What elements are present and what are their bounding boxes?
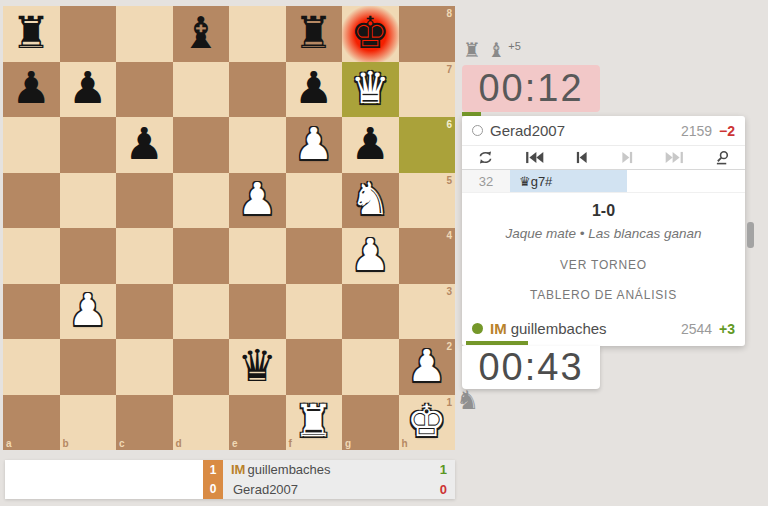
square-b6[interactable] <box>60 117 117 173</box>
square-a4[interactable] <box>3 228 60 284</box>
chess-board[interactable]: ♜♝♜♚8♟♟♟♛7♟♟♟6♟♞5♟4♟3♛♟2abcde♜fg♚h1 <box>3 6 455 450</box>
square-b8[interactable] <box>60 6 117 62</box>
empty-move-cell <box>627 170 745 192</box>
standings-rank-column: 1 0 <box>203 460 223 499</box>
square-g8[interactable]: ♚ <box>342 6 399 62</box>
game-result: 1-0 <box>462 202 745 220</box>
next-move-button[interactable] <box>620 151 635 164</box>
piece-white-king[interactable]: ♚ <box>407 399 446 443</box>
square-g4[interactable]: ♟ <box>342 228 399 284</box>
standings-player-title: IM <box>231 462 245 477</box>
move-number: 32 <box>462 170 510 192</box>
piece-white-rook[interactable]: ♜ <box>294 399 333 443</box>
piece-black-pawn[interactable]: ♟ <box>294 66 333 110</box>
first-move-button[interactable] <box>525 151 544 164</box>
square-b3[interactable]: ♟ <box>60 284 117 340</box>
piece-white-pawn[interactable]: ♟ <box>407 344 446 388</box>
square-e4[interactable] <box>229 228 286 284</box>
square-c7[interactable] <box>116 62 173 118</box>
square-h6[interactable]: 6 <box>399 117 456 173</box>
player-rating-delta: +3 <box>719 321 735 337</box>
player-title: IM <box>490 320 507 337</box>
square-d4[interactable] <box>173 228 230 284</box>
piece-white-queen[interactable]: ♛ <box>351 66 390 110</box>
file-label: a <box>6 438 12 449</box>
standings-names-column: IM guillembaches 1 Gerad2007 0 <box>223 460 455 499</box>
square-f8[interactable]: ♜ <box>286 6 343 62</box>
square-d8[interactable]: ♝ <box>173 6 230 62</box>
file-label: h <box>402 438 408 449</box>
piece-black-pawn[interactable]: ♟ <box>125 122 164 166</box>
square-d3[interactable] <box>173 284 230 340</box>
analysis-microscope-icon <box>715 150 730 165</box>
file-label: b <box>63 438 69 449</box>
move-controls-toolbar <box>462 145 745 170</box>
square-h3[interactable]: 3 <box>399 284 456 340</box>
standings-player-score: 1 <box>440 462 447 477</box>
rank-label: 7 <box>446 64 452 75</box>
material-advantage: +5 <box>508 41 521 52</box>
piece-white-pawn[interactable]: ♟ <box>238 177 277 221</box>
square-e7[interactable] <box>229 62 286 118</box>
piece-white-knight[interactable]: ♞ <box>351 177 390 221</box>
square-b5[interactable] <box>60 173 117 229</box>
square-d2[interactable] <box>173 339 230 395</box>
player-name[interactable]: guillembaches <box>511 320 607 337</box>
standings-opponent-score: 0 <box>440 482 447 497</box>
last-move-icon <box>665 151 684 164</box>
opponent-clock-time: 00:12 <box>478 67 583 110</box>
square-h1[interactable]: ♚h1 <box>399 395 456 451</box>
square-f1[interactable]: ♜f <box>286 395 343 451</box>
opponent-captured-pieces: ♜ ♝ +5 <box>463 40 521 60</box>
flip-board-button[interactable] <box>477 150 494 165</box>
player-row[interactable]: IM guillembaches 2544 +3 <box>462 314 745 343</box>
standings-empty-area <box>5 460 203 499</box>
square-a5[interactable] <box>3 173 60 229</box>
piece-black-pawn[interactable]: ♟ <box>68 66 107 110</box>
first-move-icon <box>525 151 544 164</box>
square-a7[interactable]: ♟ <box>3 62 60 118</box>
square-d5[interactable] <box>173 173 230 229</box>
standings-opponent-name: Gerad2007 <box>233 482 298 497</box>
white-color-circle-icon <box>472 125 483 136</box>
standings-rank: 0 <box>203 480 223 500</box>
player-rating: 2544 <box>681 321 712 337</box>
piece-black-rook[interactable]: ♜ <box>12 11 51 55</box>
player-clock: 00:43 <box>462 346 600 389</box>
file-label: d <box>176 438 182 449</box>
square-c1[interactable]: c <box>116 395 173 451</box>
piece-black-king[interactable]: ♚ <box>351 11 390 55</box>
square-d1[interactable]: d <box>173 395 230 451</box>
square-b4[interactable] <box>60 228 117 284</box>
square-h4[interactable]: 4 <box>399 228 456 284</box>
square-e5[interactable]: ♟ <box>229 173 286 229</box>
square-g6[interactable]: ♟ <box>342 117 399 173</box>
square-c4[interactable] <box>116 228 173 284</box>
standings-row-opponent[interactable]: Gerad2007 0 <box>223 480 455 500</box>
file-label: g <box>345 438 351 449</box>
file-label: e <box>232 438 238 449</box>
scrollbar-thumb[interactable] <box>747 222 754 248</box>
square-b7[interactable]: ♟ <box>60 62 117 118</box>
square-a6[interactable] <box>3 117 60 173</box>
square-e3[interactable] <box>229 284 286 340</box>
player-time-bar <box>466 341 528 345</box>
analysis-button[interactable] <box>715 150 730 165</box>
game-summary-card: Gerad2007 2159 −2 <box>462 116 745 346</box>
square-f7[interactable]: ♟ <box>286 62 343 118</box>
file-label: c <box>119 438 125 449</box>
analysis-board-link[interactable]: TABLERO DE ANÁLISIS <box>462 288 745 302</box>
square-d6[interactable] <box>173 117 230 173</box>
square-a3[interactable] <box>3 284 60 340</box>
square-g2[interactable] <box>342 339 399 395</box>
square-a1[interactable]: a <box>3 395 60 451</box>
player-clock-time: 00:43 <box>478 346 583 389</box>
opponent-name[interactable]: Gerad2007 <box>490 122 565 139</box>
square-e1[interactable]: e <box>229 395 286 451</box>
piece-black-pawn[interactable]: ♟ <box>12 66 51 110</box>
piece-white-pawn[interactable]: ♟ <box>68 288 107 332</box>
square-f3[interactable] <box>286 284 343 340</box>
square-f4[interactable] <box>286 228 343 284</box>
opponent-rating: 2159 <box>681 123 712 139</box>
square-g5[interactable]: ♞ <box>342 173 399 229</box>
square-g1[interactable]: g <box>342 395 399 451</box>
rank-label: 1 <box>446 397 452 408</box>
rank-label: 3 <box>446 286 452 297</box>
square-h8[interactable]: 8 <box>399 6 456 62</box>
file-label: f <box>289 438 292 449</box>
current-move[interactable]: ♛g7# <box>510 170 627 192</box>
square-g7[interactable]: ♛ <box>342 62 399 118</box>
game-status-text: Jaque mate • Las blancas ganan <box>462 226 745 241</box>
rank-label: 2 <box>446 341 452 352</box>
square-a2[interactable] <box>3 339 60 395</box>
opponent-rating-delta: −2 <box>719 123 735 139</box>
square-e8[interactable] <box>229 6 286 62</box>
piece-black-bishop[interactable]: ♝ <box>181 11 220 55</box>
rank-label: 5 <box>446 175 452 186</box>
square-b2[interactable] <box>60 339 117 395</box>
square-f6[interactable]: ♟ <box>286 117 343 173</box>
previous-move-icon <box>574 151 589 164</box>
green-color-dot-icon <box>472 323 483 334</box>
square-g3[interactable] <box>342 284 399 340</box>
square-c8[interactable] <box>116 6 173 62</box>
piece-black-rook[interactable]: ♜ <box>294 11 333 55</box>
piece-black-queen[interactable]: ♛ <box>238 344 277 388</box>
flip-board-icon <box>477 150 494 165</box>
piece-white-pawn[interactable]: ♟ <box>294 122 333 166</box>
rank-label: 8 <box>446 8 452 19</box>
player-captured-pieces: ♞ <box>456 387 479 413</box>
square-c3[interactable] <box>116 284 173 340</box>
standings-rank: 1 <box>203 460 223 480</box>
square-a8[interactable]: ♜ <box>3 6 60 62</box>
square-f5[interactable] <box>286 173 343 229</box>
opponent-clock: 00:12 <box>462 65 600 112</box>
rank-label: 6 <box>446 119 452 130</box>
opponent-row[interactable]: Gerad2007 2159 −2 <box>462 116 745 145</box>
piece-white-pawn[interactable]: ♟ <box>351 233 390 277</box>
tournament-standings-bar: 1 0 IM guillembaches 1 Gerad2007 0 <box>5 460 455 499</box>
square-h7[interactable]: 7 <box>399 62 456 118</box>
square-h2[interactable]: ♟2 <box>399 339 456 395</box>
view-tournament-link[interactable]: VER TORNEO <box>462 258 745 272</box>
square-f2[interactable] <box>286 339 343 395</box>
next-move-icon <box>620 151 635 164</box>
last-move-button[interactable] <box>665 151 684 164</box>
square-e2[interactable]: ♛ <box>229 339 286 395</box>
standings-player-name: guillembaches <box>247 462 330 477</box>
square-c5[interactable] <box>116 173 173 229</box>
square-c6[interactable]: ♟ <box>116 117 173 173</box>
rank-label: 4 <box>446 230 452 241</box>
square-d7[interactable] <box>173 62 230 118</box>
move-list-row: 32 ♛g7# <box>462 170 745 193</box>
square-e6[interactable] <box>229 117 286 173</box>
previous-move-button[interactable] <box>574 151 589 164</box>
piece-black-pawn[interactable]: ♟ <box>351 122 390 166</box>
square-c2[interactable] <box>116 339 173 395</box>
square-b1[interactable]: b <box>60 395 117 451</box>
standings-row-player[interactable]: IM guillembaches 1 <box>223 460 455 480</box>
captured-pieces-icons: ♜ ♝ <box>463 40 505 60</box>
square-h5[interactable]: 5 <box>399 173 456 229</box>
